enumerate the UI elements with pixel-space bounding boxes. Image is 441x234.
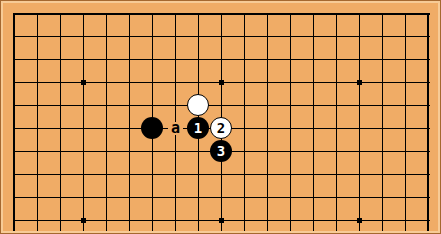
- stone-white[interactable]: [187, 94, 209, 116]
- grid-line-horizontal: [13, 197, 430, 198]
- grid-line-horizontal: [13, 36, 430, 37]
- stone-white-2[interactable]: 2: [210, 117, 232, 139]
- grid-line-vertical: [37, 13, 38, 231]
- grid-line-horizontal: [13, 59, 430, 60]
- grid-line-vertical: [60, 13, 61, 231]
- grid-line-horizontal: [13, 13, 430, 15]
- stone-black-3[interactable]: 3: [210, 140, 232, 162]
- grid-line-vertical: [83, 13, 84, 231]
- grid-line-vertical: [382, 13, 383, 231]
- star-point: [219, 218, 224, 223]
- star-point: [81, 218, 86, 223]
- star-point: [219, 80, 224, 85]
- grid-line-vertical: [427, 13, 429, 231]
- grid-line-vertical: [290, 13, 291, 231]
- grid-line-vertical: [244, 13, 245, 231]
- grid-line-vertical: [359, 13, 360, 231]
- grid-line-vertical: [129, 13, 130, 231]
- board-surface[interactable]: a123: [3, 3, 438, 231]
- grid-line-vertical: [13, 13, 15, 231]
- grid-line-vertical: [336, 13, 337, 231]
- star-point: [81, 80, 86, 85]
- star-point: [357, 80, 362, 85]
- marker-a[interactable]: a: [168, 122, 183, 135]
- grid-line-horizontal: [13, 105, 430, 106]
- grid-line-vertical: [267, 13, 268, 231]
- stone-black[interactable]: [141, 117, 163, 139]
- star-point: [357, 218, 362, 223]
- grid-line-horizontal: [13, 174, 430, 175]
- grid-line-vertical: [313, 13, 314, 231]
- stone-black-1[interactable]: 1: [187, 117, 209, 139]
- grid-line-vertical: [106, 13, 107, 231]
- go-diagram-frame: a123: [0, 0, 441, 234]
- grid-line-vertical: [405, 13, 406, 231]
